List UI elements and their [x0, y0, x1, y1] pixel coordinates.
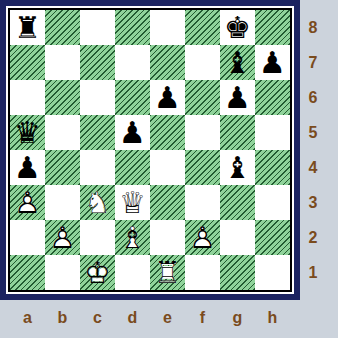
board-square-h1[interactable] [255, 255, 290, 290]
rank-label-8: 8 [300, 10, 326, 45]
board-square-h6[interactable] [255, 80, 290, 115]
board-square-a2[interactable] [10, 220, 45, 255]
board-square-f6[interactable] [185, 80, 220, 115]
board-square-e7[interactable] [150, 45, 185, 80]
board-square-b6[interactable] [45, 80, 80, 115]
board-square-a7[interactable] [10, 45, 45, 80]
board-square-a8[interactable]: ♜ [10, 10, 45, 45]
board-square-h2[interactable] [255, 220, 290, 255]
black-king: ♚ [220, 10, 255, 45]
board-square-e6[interactable]: ♟ [150, 80, 185, 115]
file-label-f: f [185, 302, 220, 334]
board-square-d2[interactable]: ♝♗ [115, 220, 150, 255]
board-square-f7[interactable] [185, 45, 220, 80]
board-square-d8[interactable] [115, 10, 150, 45]
file-labels: abcdefgh [10, 302, 290, 334]
board-square-a5[interactable]: ♛ [10, 115, 45, 150]
black-pawn: ♟ [220, 80, 255, 115]
white-bishop-outline: ♗ [115, 220, 150, 255]
board-square-h7[interactable]: ♟ [255, 45, 290, 80]
rank-label-1: 1 [300, 255, 326, 290]
black-pawn: ♟ [10, 150, 45, 185]
board-square-h5[interactable] [255, 115, 290, 150]
board-square-f5[interactable] [185, 115, 220, 150]
board-square-d1[interactable] [115, 255, 150, 290]
rank-label-4: 4 [300, 150, 326, 185]
board-square-d5[interactable]: ♟ [115, 115, 150, 150]
board-square-a3[interactable]: ♟♙ [10, 185, 45, 220]
board-grid: ♜♚♝♟♟♟♛♟♟♝♟♙♞♘♛♕♟♙♝♗♟♙♚♔♜♖ [8, 8, 292, 292]
board-square-c2[interactable] [80, 220, 115, 255]
board-square-c5[interactable] [80, 115, 115, 150]
white-knight-outline: ♘ [80, 185, 115, 220]
white-pawn-outline: ♙ [185, 220, 220, 255]
board-square-e8[interactable] [150, 10, 185, 45]
board-square-g6[interactable]: ♟ [220, 80, 255, 115]
rank-label-6: 6 [300, 80, 326, 115]
board-square-g5[interactable] [220, 115, 255, 150]
board-square-b1[interactable] [45, 255, 80, 290]
black-bishop: ♝ [220, 45, 255, 80]
board-square-a6[interactable] [10, 80, 45, 115]
file-label-h: h [255, 302, 290, 334]
board-square-d7[interactable] [115, 45, 150, 80]
board-square-f8[interactable] [185, 10, 220, 45]
board-square-e5[interactable] [150, 115, 185, 150]
board-square-g8[interactable]: ♚ [220, 10, 255, 45]
board-square-g1[interactable] [220, 255, 255, 290]
board-square-c1[interactable]: ♚♔ [80, 255, 115, 290]
black-queen: ♛ [10, 115, 45, 150]
board-frame: ♜♚♝♟♟♟♛♟♟♝♟♙♞♘♛♕♟♙♝♗♟♙♚♔♜♖ [0, 0, 300, 300]
white-king-outline: ♔ [80, 255, 115, 290]
white-king: ♚♔ [80, 255, 115, 290]
board-square-f2[interactable]: ♟♙ [185, 220, 220, 255]
file-label-e: e [150, 302, 185, 334]
board-square-f1[interactable] [185, 255, 220, 290]
board-square-h8[interactable] [255, 10, 290, 45]
white-queen-outline: ♕ [115, 185, 150, 220]
board-square-c7[interactable] [80, 45, 115, 80]
white-bishop: ♝♗ [115, 220, 150, 255]
white-pawn: ♟♙ [10, 185, 45, 220]
black-bishop: ♝ [220, 150, 255, 185]
file-label-a: a [10, 302, 45, 334]
board-square-c3[interactable]: ♞♘ [80, 185, 115, 220]
black-pawn: ♟ [255, 45, 290, 80]
board-square-c6[interactable] [80, 80, 115, 115]
board-square-d6[interactable] [115, 80, 150, 115]
file-label-b: b [45, 302, 80, 334]
board-square-d3[interactable]: ♛♕ [115, 185, 150, 220]
board-square-b5[interactable] [45, 115, 80, 150]
board-inner-line: ♜♚♝♟♟♟♛♟♟♝♟♙♞♘♛♕♟♙♝♗♟♙♚♔♜♖ [6, 6, 294, 294]
board-square-h4[interactable] [255, 150, 290, 185]
rank-label-2: 2 [300, 220, 326, 255]
chess-diagram: ♜♚♝♟♟♟♛♟♟♝♟♙♞♘♛♕♟♙♝♗♟♙♚♔♜♖ abcdefgh 8765… [0, 0, 338, 338]
board-square-g4[interactable]: ♝ [220, 150, 255, 185]
white-rook: ♜♖ [150, 255, 185, 290]
board-square-e1[interactable]: ♜♖ [150, 255, 185, 290]
board-square-e4[interactable] [150, 150, 185, 185]
rank-label-5: 5 [300, 115, 326, 150]
file-label-g: g [220, 302, 255, 334]
black-rook: ♜ [10, 10, 45, 45]
white-pawn: ♟♙ [45, 220, 80, 255]
board-square-f4[interactable] [185, 150, 220, 185]
white-knight: ♞♘ [80, 185, 115, 220]
black-pawn: ♟ [115, 115, 150, 150]
board-square-d4[interactable] [115, 150, 150, 185]
file-label-c: c [80, 302, 115, 334]
board-square-e3[interactable] [150, 185, 185, 220]
board-square-g7[interactable]: ♝ [220, 45, 255, 80]
file-label-d: d [115, 302, 150, 334]
white-pawn-outline: ♙ [10, 185, 45, 220]
board-square-b2[interactable]: ♟♙ [45, 220, 80, 255]
white-rook-outline: ♖ [150, 255, 185, 290]
board-square-c4[interactable] [80, 150, 115, 185]
board-square-c8[interactable] [80, 10, 115, 45]
rank-labels: 87654321 [300, 10, 326, 290]
black-pawn: ♟ [150, 80, 185, 115]
board-square-a4[interactable]: ♟ [10, 150, 45, 185]
rank-label-7: 7 [300, 45, 326, 80]
board-square-b7[interactable] [45, 45, 80, 80]
white-pawn: ♟♙ [185, 220, 220, 255]
board-square-g3[interactable] [220, 185, 255, 220]
board-square-b4[interactable] [45, 150, 80, 185]
board-square-b8[interactable] [45, 10, 80, 45]
board-square-h3[interactable] [255, 185, 290, 220]
rank-label-3: 3 [300, 185, 326, 220]
white-pawn-outline: ♙ [45, 220, 80, 255]
board-square-g2[interactable] [220, 220, 255, 255]
board-square-f3[interactable] [185, 185, 220, 220]
board-square-a1[interactable] [10, 255, 45, 290]
white-queen: ♛♕ [115, 185, 150, 220]
board-square-b3[interactable] [45, 185, 80, 220]
board-square-e2[interactable] [150, 220, 185, 255]
